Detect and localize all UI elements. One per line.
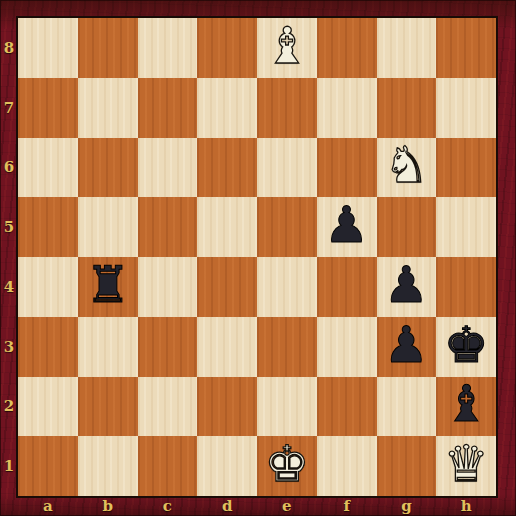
square-b2[interactable]: [78, 377, 138, 437]
file-label-f: f: [317, 496, 377, 516]
rank-label-4: 4: [0, 257, 18, 317]
piece-black-pawn[interactable]: ♟: [324, 200, 369, 250]
square-b1[interactable]: [78, 436, 138, 496]
piece-black-rook[interactable]: ♜: [85, 260, 130, 310]
file-label-g: g: [377, 496, 437, 516]
square-h7[interactable]: [436, 78, 496, 138]
square-e7[interactable]: [257, 78, 317, 138]
square-g3[interactable]: ♟: [377, 317, 437, 377]
square-e8[interactable]: ♝: [257, 18, 317, 78]
square-g1[interactable]: [377, 436, 437, 496]
rank-label-3: 3: [0, 317, 18, 377]
square-b5[interactable]: [78, 197, 138, 257]
square-a2[interactable]: [18, 377, 78, 437]
square-h6[interactable]: [436, 138, 496, 198]
piece-white-queen[interactable]: ♛: [444, 439, 489, 489]
square-a4[interactable]: [18, 257, 78, 317]
file-label-b: b: [78, 496, 138, 516]
square-f1[interactable]: [317, 436, 377, 496]
square-c3[interactable]: [138, 317, 198, 377]
square-f6[interactable]: [317, 138, 377, 198]
square-b7[interactable]: [78, 78, 138, 138]
rank-label-8: 8: [0, 18, 18, 78]
square-a5[interactable]: [18, 197, 78, 257]
piece-black-king[interactable]: ♚: [444, 320, 489, 370]
chess-board: ♝♞♟♜♟♟♚♝♚♛: [18, 18, 496, 496]
square-c5[interactable]: [138, 197, 198, 257]
piece-white-bishop[interactable]: ♝: [264, 21, 309, 71]
square-d3[interactable]: [197, 317, 257, 377]
square-h5[interactable]: [436, 197, 496, 257]
square-e3[interactable]: [257, 317, 317, 377]
square-h1[interactable]: ♛: [436, 436, 496, 496]
square-g8[interactable]: [377, 18, 437, 78]
square-c2[interactable]: [138, 377, 198, 437]
square-c8[interactable]: [138, 18, 198, 78]
square-a6[interactable]: [18, 138, 78, 198]
square-b3[interactable]: [78, 317, 138, 377]
square-g5[interactable]: [377, 197, 437, 257]
square-h2[interactable]: ♝: [436, 377, 496, 437]
square-f2[interactable]: [317, 377, 377, 437]
rank-label-7: 7: [0, 78, 18, 138]
square-d4[interactable]: [197, 257, 257, 317]
rank-label-2: 2: [0, 377, 18, 437]
piece-black-pawn[interactable]: ♟: [384, 320, 429, 370]
file-label-a: a: [18, 496, 78, 516]
square-a3[interactable]: [18, 317, 78, 377]
file-label-h: h: [436, 496, 496, 516]
square-b6[interactable]: [78, 138, 138, 198]
square-c7[interactable]: [138, 78, 198, 138]
square-e1[interactable]: ♚: [257, 436, 317, 496]
square-a8[interactable]: [18, 18, 78, 78]
board-frame: ♝♞♟♜♟♟♚♝♚♛ 87654321abcdefgh: [0, 0, 516, 516]
square-b4[interactable]: ♜: [78, 257, 138, 317]
piece-black-pawn[interactable]: ♟: [384, 260, 429, 310]
square-g6[interactable]: ♞: [377, 138, 437, 198]
square-e5[interactable]: [257, 197, 317, 257]
square-f3[interactable]: [317, 317, 377, 377]
square-g7[interactable]: [377, 78, 437, 138]
square-h8[interactable]: [436, 18, 496, 78]
square-h3[interactable]: ♚: [436, 317, 496, 377]
square-d6[interactable]: [197, 138, 257, 198]
square-f4[interactable]: [317, 257, 377, 317]
rank-label-6: 6: [0, 138, 18, 198]
square-d5[interactable]: [197, 197, 257, 257]
file-label-c: c: [138, 496, 198, 516]
square-e2[interactable]: [257, 377, 317, 437]
square-b8[interactable]: [78, 18, 138, 78]
square-c4[interactable]: [138, 257, 198, 317]
square-h4[interactable]: [436, 257, 496, 317]
square-g2[interactable]: [377, 377, 437, 437]
piece-white-king[interactable]: ♚: [264, 439, 309, 489]
square-a1[interactable]: [18, 436, 78, 496]
square-e6[interactable]: [257, 138, 317, 198]
square-e4[interactable]: [257, 257, 317, 317]
file-label-d: d: [197, 496, 257, 516]
square-d7[interactable]: [197, 78, 257, 138]
piece-white-knight[interactable]: ♞: [384, 140, 429, 190]
piece-black-bishop[interactable]: ♝: [444, 379, 489, 429]
square-c1[interactable]: [138, 436, 198, 496]
square-g4[interactable]: ♟: [377, 257, 437, 317]
square-f7[interactable]: [317, 78, 377, 138]
square-f5[interactable]: ♟: [317, 197, 377, 257]
square-c6[interactable]: [138, 138, 198, 198]
square-a7[interactable]: [18, 78, 78, 138]
rank-label-1: 1: [0, 436, 18, 496]
square-d2[interactable]: [197, 377, 257, 437]
square-f8[interactable]: [317, 18, 377, 78]
file-label-e: e: [257, 496, 317, 516]
square-d8[interactable]: [197, 18, 257, 78]
square-d1[interactable]: [197, 436, 257, 496]
rank-label-5: 5: [0, 197, 18, 257]
